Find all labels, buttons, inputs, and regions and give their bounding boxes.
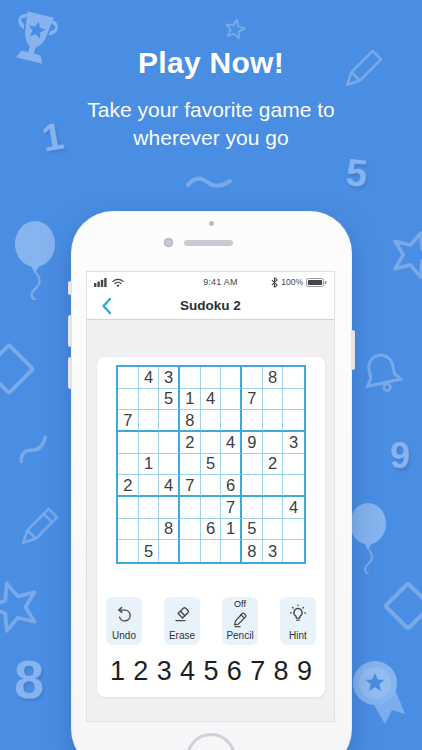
decoration-number-5: 5	[344, 153, 369, 193]
sudoku-cell-r2c6[interactable]	[221, 389, 242, 411]
sudoku-cell-r6c1[interactable]: 2	[118, 475, 139, 497]
power-button	[351, 330, 355, 370]
pencil-label: Pencil	[226, 631, 253, 641]
sudoku-cell-r3c6[interactable]	[221, 410, 242, 432]
volume-down-button	[68, 357, 72, 389]
sudoku-cell-r5c1[interactable]	[118, 454, 139, 476]
sudoku-cell-r7c3[interactable]	[159, 497, 180, 519]
lightbulb-icon	[288, 597, 308, 631]
sudoku-cell-r6c5[interactable]	[201, 475, 222, 497]
hero-subtitle-line2: wherever you go	[0, 124, 422, 152]
sudoku-cell-r3c4[interactable]: 8	[180, 410, 201, 432]
sudoku-cell-r8c9[interactable]	[283, 519, 304, 541]
sudoku-cell-r3c3[interactable]	[159, 410, 180, 432]
sudoku-cell-r2c1[interactable]	[118, 389, 139, 411]
sudoku-cell-r2c3[interactable]: 5	[159, 389, 180, 411]
sudoku-cell-r2c7[interactable]: 7	[242, 389, 263, 411]
battery-icon	[306, 278, 327, 287]
sudoku-cell-r1c5[interactable]	[201, 367, 222, 389]
sudoku-cell-r8c5[interactable]: 6	[201, 519, 222, 541]
numpad-digit-4[interactable]: 4	[180, 658, 195, 685]
sudoku-cell-r4c2[interactable]	[139, 432, 160, 454]
sudoku-cell-r3c5[interactable]	[201, 410, 222, 432]
numpad-digit-6[interactable]: 6	[227, 658, 242, 685]
diamond-icon	[383, 581, 422, 632]
squiggle-icon	[13, 430, 54, 468]
hero-subtitle-line1: Take your favorite game to	[0, 96, 422, 124]
sudoku-cell-r3c1[interactable]: 7	[118, 410, 139, 432]
sudoku-cell-r5c2[interactable]: 1	[139, 454, 160, 476]
sudoku-cell-r4c3[interactable]	[159, 432, 180, 454]
hint-label: Hint	[289, 631, 307, 641]
numpad-digit-1[interactable]: 1	[110, 658, 125, 685]
back-button[interactable]	[96, 296, 116, 316]
front-camera	[164, 238, 173, 247]
sudoku-cell-r7c7[interactable]	[242, 497, 263, 519]
sudoku-cell-r8c2[interactable]	[139, 519, 160, 541]
erase-label: Erase	[169, 631, 195, 641]
sudoku-cell-r4c9[interactable]: 3	[283, 432, 304, 454]
status-time: 9:41 AM	[170, 277, 272, 287]
sudoku-cell-r9c5[interactable]	[201, 540, 222, 562]
sudoku-cell-r7c9[interactable]: 4	[283, 497, 304, 519]
squiggle-icon	[186, 172, 232, 192]
sudoku-cell-r5c6[interactable]	[221, 454, 242, 476]
sudoku-cell-r4c5[interactable]	[201, 432, 222, 454]
puzzle-card: 43851477824931522476748615583 Undo Erase…	[97, 357, 325, 697]
sudoku-cell-r7c4[interactable]	[180, 497, 201, 519]
star-icon	[381, 221, 422, 287]
numpad: 123456789	[110, 654, 312, 688]
sudoku-cell-r1c2[interactable]: 4	[139, 367, 160, 389]
sudoku-grid: 43851477824931522476748615583	[116, 365, 306, 564]
bell-icon	[356, 346, 409, 400]
sudoku-cell-r2c8[interactable]	[263, 389, 284, 411]
page-title: Sudoku 2	[180, 298, 241, 313]
phone-frame: 9:41 AM 100% Sudoku 2 438514778249315224…	[71, 211, 352, 750]
undo-button[interactable]: Undo	[106, 597, 142, 645]
volume-up-button	[68, 315, 72, 347]
sudoku-cell-r3c7[interactable]	[242, 410, 263, 432]
status-bar: 9:41 AM 100%	[87, 272, 334, 292]
mute-switch	[68, 281, 72, 295]
sudoku-cell-r4c4[interactable]: 2	[180, 432, 201, 454]
sudoku-cell-r1c8[interactable]: 8	[263, 367, 284, 389]
balloon-icon	[12, 220, 58, 300]
sudoku-cell-r1c7[interactable]	[242, 367, 263, 389]
sudoku-cell-r6c2[interactable]	[139, 475, 160, 497]
sudoku-cell-r9c2[interactable]: 5	[139, 540, 160, 562]
nav-bar: Sudoku 2	[87, 292, 334, 320]
sudoku-cell-r6c4[interactable]: 7	[180, 475, 201, 497]
sudoku-cell-r7c6[interactable]: 7	[221, 497, 242, 519]
hint-button[interactable]: Hint	[280, 597, 316, 645]
sudoku-cell-r1c1[interactable]	[118, 367, 139, 389]
pencil-state: Off	[234, 600, 246, 609]
balloon-icon	[346, 502, 390, 574]
pencil-button[interactable]: Off Pencil	[222, 597, 258, 645]
sudoku-cell-r6c7[interactable]	[242, 475, 263, 497]
sudoku-cell-r6c6[interactable]: 6	[221, 475, 242, 497]
sudoku-cell-r1c3[interactable]: 3	[159, 367, 180, 389]
pencil-icon	[13, 503, 64, 554]
sudoku-cell-r8c4[interactable]	[180, 519, 201, 541]
sudoku-cell-r9c9[interactable]	[283, 540, 304, 562]
numpad-digit-7[interactable]: 7	[250, 658, 265, 685]
sudoku-cell-r3c9[interactable]	[283, 410, 304, 432]
sudoku-cell-r3c8[interactable]	[263, 410, 284, 432]
sudoku-cell-r6c9[interactable]	[283, 475, 304, 497]
wifi-icon	[112, 278, 124, 287]
signal-icon	[94, 277, 109, 287]
decoration-number-8: 8	[14, 652, 44, 706]
sudoku-cell-r8c1[interactable]	[118, 519, 139, 541]
sudoku-cell-r4c6[interactable]: 4	[221, 432, 242, 454]
sudoku-cell-r5c4[interactable]	[180, 454, 201, 476]
undo-label: Undo	[112, 631, 136, 641]
hero-subtitle: Take your favorite game to wherever you …	[0, 96, 422, 151]
sudoku-cell-r9c3[interactable]	[159, 540, 180, 562]
battery-percent: 100%	[281, 277, 303, 287]
eraser-icon	[172, 597, 192, 631]
numpad-digit-5[interactable]: 5	[203, 658, 218, 685]
sudoku-cell-r2c4[interactable]: 1	[180, 389, 201, 411]
sudoku-cell-r5c9[interactable]	[283, 454, 304, 476]
erase-button[interactable]: Erase	[164, 597, 200, 645]
bluetooth-icon	[271, 277, 278, 288]
sudoku-cell-r3c2[interactable]	[139, 410, 160, 432]
sudoku-cell-r7c8[interactable]	[263, 497, 284, 519]
numpad-digit-3[interactable]: 3	[157, 658, 172, 685]
sudoku-cell-r6c8[interactable]	[263, 475, 284, 497]
star-icon	[222, 16, 248, 42]
hero-section: Play Now! Take your favorite game to whe…	[0, 46, 422, 151]
numpad-digit-9[interactable]: 9	[297, 658, 312, 685]
sudoku-cell-r8c8[interactable]	[263, 519, 284, 541]
sudoku-cell-r7c1[interactable]	[118, 497, 139, 519]
sudoku-cell-r9c8[interactable]: 3	[263, 540, 284, 562]
diamond-icon	[0, 342, 36, 396]
sudoku-cell-r5c5[interactable]: 5	[201, 454, 222, 476]
sudoku-cell-r8c7[interactable]: 5	[242, 519, 263, 541]
sudoku-cell-r9c4[interactable]	[180, 540, 201, 562]
sudoku-cell-r7c5[interactable]	[201, 497, 222, 519]
sudoku-cell-r4c1[interactable]	[118, 432, 139, 454]
pencil-icon	[231, 610, 249, 628]
sudoku-cell-r4c8[interactable]	[263, 432, 284, 454]
earpiece-speaker	[184, 240, 233, 246]
sudoku-cell-r8c3[interactable]: 8	[159, 519, 180, 541]
medal-icon	[350, 656, 408, 736]
sudoku-cell-r1c6[interactable]	[221, 367, 242, 389]
numpad-digit-8[interactable]: 8	[274, 658, 289, 685]
sudoku-cell-r7c2[interactable]	[139, 497, 160, 519]
sudoku-cell-r2c2[interactable]	[139, 389, 160, 411]
sudoku-cell-r9c6[interactable]	[221, 540, 242, 562]
app-screen: 9:41 AM 100% Sudoku 2 438514778249315224…	[86, 271, 335, 722]
chevron-left-icon	[101, 297, 112, 315]
numpad-digit-2[interactable]: 2	[133, 658, 148, 685]
toolbar: Undo Erase Off Pencil	[104, 597, 318, 645]
sudoku-cell-r5c7[interactable]	[242, 454, 263, 476]
sudoku-cell-r1c9[interactable]	[283, 367, 304, 389]
sudoku-cell-r2c5[interactable]: 4	[201, 389, 222, 411]
sudoku-cell-r4c7[interactable]: 9	[242, 432, 263, 454]
sudoku-cell-r2c9[interactable]	[283, 389, 304, 411]
decoration-number-9: 9	[390, 438, 410, 474]
star-icon	[0, 571, 49, 642]
hero-title: Play Now!	[0, 46, 422, 80]
sudoku-cell-r9c7[interactable]: 8	[242, 540, 263, 562]
sudoku-cell-r8c6[interactable]: 1	[221, 519, 242, 541]
sudoku-cell-r1c4[interactable]	[180, 367, 201, 389]
undo-icon	[114, 597, 134, 631]
sudoku-cell-r5c8[interactable]: 2	[263, 454, 284, 476]
sudoku-cell-r6c3[interactable]: 4	[159, 475, 180, 497]
proximity-sensor	[209, 221, 214, 226]
sudoku-cell-r9c1[interactable]	[118, 540, 139, 562]
sudoku-cell-r5c3[interactable]	[159, 454, 180, 476]
home-button[interactable]	[186, 733, 236, 750]
